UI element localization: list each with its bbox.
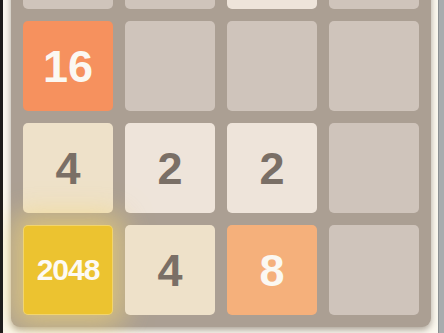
empty-cell xyxy=(23,0,113,9)
empty-cell xyxy=(329,21,419,111)
tile-2: 2 xyxy=(125,123,215,213)
right-edge-scrollbar[interactable] xyxy=(438,0,444,333)
empty-cell xyxy=(329,123,419,213)
tile-16: 16 xyxy=(23,21,113,111)
empty-cell xyxy=(329,0,419,9)
empty-cell xyxy=(227,21,317,111)
empty-cell xyxy=(125,0,215,9)
screenshot-viewport: 216422204848 xyxy=(0,0,444,333)
tile-8: 8 xyxy=(227,225,317,315)
tile-2-partial: 2 xyxy=(227,0,317,9)
tile-2048: 2048 xyxy=(23,225,113,315)
empty-cell xyxy=(125,21,215,111)
tile-4: 4 xyxy=(23,123,113,213)
left-letterbox-bar xyxy=(0,0,3,333)
tile-2: 2 xyxy=(227,123,317,213)
tile-4: 4 xyxy=(125,225,215,315)
game-board-2048[interactable]: 216422204848 xyxy=(11,0,431,327)
empty-cell xyxy=(329,225,419,315)
